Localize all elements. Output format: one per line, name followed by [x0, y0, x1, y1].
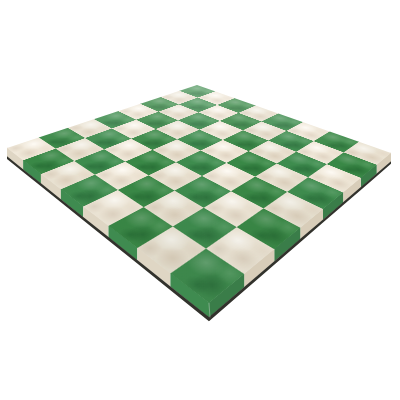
board-grid [7, 85, 391, 303]
near-corner-crease-highlight [209, 303, 210, 317]
product-photo-canvas [0, 0, 400, 400]
chess-board [7, 85, 391, 303]
